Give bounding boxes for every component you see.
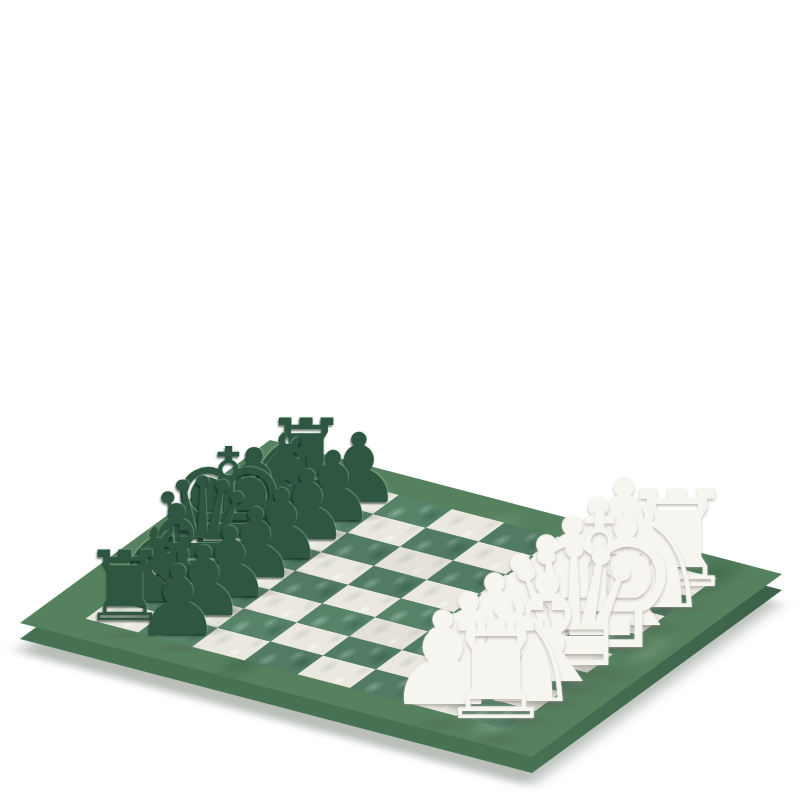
pieces-layer: ♜♞♝♛♚♝♞♜♟♟♟♟♟♟♟♟♟♟♟♟♟♟♟♟♜♞♝♛♚♝♞♜: [0, 0, 800, 800]
white-rook-glyph: ♜: [436, 606, 556, 740]
piece-white-rook[interactable]: ♜: [436, 606, 556, 740]
marble-chess-set-photo: ♜♞♝♛♚♝♞♜♟♟♟♟♟♟♟♟♟♟♟♟♟♟♟♟♜♞♝♛♚♝♞♜: [0, 0, 800, 800]
piece-green-pawn[interactable]: ♟: [135, 553, 221, 649]
green-pawn-glyph: ♟: [135, 553, 221, 649]
